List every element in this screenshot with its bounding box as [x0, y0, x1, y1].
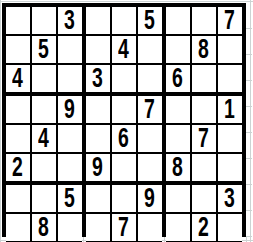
cell-r3c1[interactable]: 4	[6, 65, 30, 92]
cell-r4c9[interactable]: 1	[218, 96, 242, 123]
cell-r1c7[interactable]	[166, 7, 190, 34]
given-digit: 6	[173, 65, 184, 92]
cell-r8c2[interactable]: 8	[32, 214, 56, 241]
cell-r4c7[interactable]	[166, 96, 190, 123]
cell-r5c6[interactable]	[138, 125, 162, 152]
cell-r5c1[interactable]	[6, 125, 30, 152]
given-digit: 7	[119, 214, 130, 241]
box-1-3: 786	[166, 7, 242, 92]
cell-r8c6[interactable]	[138, 214, 162, 241]
given-digit: 8	[39, 214, 50, 241]
cell-r6c2[interactable]	[32, 154, 56, 181]
cell-r5c2[interactable]: 4	[32, 125, 56, 152]
cell-r6c8[interactable]	[192, 154, 216, 181]
sheet-gridline-left	[0, 0, 1, 242]
cell-r3c5[interactable]	[112, 65, 136, 92]
cell-r1c8[interactable]	[192, 7, 216, 34]
box-1-2: 543	[86, 7, 162, 92]
cell-r2c8[interactable]: 8	[192, 36, 216, 63]
cell-r8c1[interactable]	[6, 214, 30, 241]
box-1-1: 354	[6, 7, 82, 92]
given-digit: 3	[225, 185, 236, 212]
cell-r1c5[interactable]	[112, 7, 136, 34]
cell-r1c3[interactable]: 3	[58, 7, 82, 34]
cell-r2c6[interactable]	[138, 36, 162, 63]
cell-r7c7[interactable]	[166, 185, 190, 212]
cell-r8c8[interactable]: 2	[192, 214, 216, 241]
given-digit: 8	[173, 154, 184, 181]
given-digit: 4	[13, 65, 24, 92]
cell-r8c9[interactable]	[218, 214, 242, 241]
cell-r5c7[interactable]	[166, 125, 190, 152]
cell-r2c9[interactable]	[218, 36, 242, 63]
cell-r1c1[interactable]	[6, 7, 30, 34]
cell-r2c4[interactable]	[86, 36, 110, 63]
given-digit: 7	[145, 96, 156, 123]
cell-r7c3[interactable]: 5	[58, 185, 82, 212]
cell-r7c8[interactable]	[192, 185, 216, 212]
cell-r4c4[interactable]	[86, 96, 110, 123]
cell-r3c3[interactable]	[58, 65, 82, 92]
box-3-3: 327	[166, 185, 242, 242]
cell-r8c7[interactable]	[166, 214, 190, 241]
sheet-gridline-row-ticks	[246, 3, 252, 237]
cell-r2c2[interactable]: 5	[32, 36, 56, 63]
cell-r5c9[interactable]	[218, 125, 242, 152]
cell-r6c3[interactable]	[58, 154, 82, 181]
cell-r5c4[interactable]	[86, 125, 110, 152]
cell-r6c1[interactable]: 2	[6, 154, 30, 181]
cell-r2c3[interactable]	[58, 36, 82, 63]
cell-r6c6[interactable]	[138, 154, 162, 181]
given-digit: 2	[199, 214, 210, 241]
cell-r3c4[interactable]: 3	[86, 65, 110, 92]
spreadsheet-page: 354543786942769178581972327	[0, 0, 253, 242]
cell-r4c3[interactable]: 9	[58, 96, 82, 123]
cell-r3c2[interactable]	[32, 65, 56, 92]
cell-r3c9[interactable]	[218, 65, 242, 92]
given-digit: 5	[145, 7, 156, 34]
given-digit: 4	[119, 36, 130, 63]
cell-r4c1[interactable]	[6, 96, 30, 123]
cell-r6c7[interactable]: 8	[166, 154, 190, 181]
sudoku-board: 354543786942769178581972327	[2, 3, 246, 237]
cell-r8c5[interactable]: 7	[112, 214, 136, 241]
box-3-2: 972	[86, 185, 162, 242]
given-digit: 7	[199, 125, 210, 152]
cell-r1c4[interactable]	[86, 7, 110, 34]
box-2-1: 942	[6, 96, 82, 181]
cell-r8c3[interactable]	[58, 214, 82, 241]
given-digit: 6	[119, 125, 130, 152]
cell-r4c2[interactable]	[32, 96, 56, 123]
cell-r1c2[interactable]	[32, 7, 56, 34]
given-digit: 5	[65, 185, 76, 212]
cell-r7c4[interactable]	[86, 185, 110, 212]
given-digit: 8	[199, 36, 210, 63]
given-digit: 4	[39, 125, 50, 152]
cell-r1c6[interactable]: 5	[138, 7, 162, 34]
cell-r2c7[interactable]	[166, 36, 190, 63]
given-digit: 5	[39, 36, 50, 63]
given-digit: 7	[225, 7, 236, 34]
cell-r7c1[interactable]	[6, 185, 30, 212]
cell-r2c1[interactable]	[6, 36, 30, 63]
cell-r4c6[interactable]: 7	[138, 96, 162, 123]
cell-r7c6[interactable]: 9	[138, 185, 162, 212]
cell-r2c5[interactable]: 4	[112, 36, 136, 63]
cell-r5c3[interactable]	[58, 125, 82, 152]
cell-r8c4[interactable]	[86, 214, 110, 241]
cell-r4c5[interactable]	[112, 96, 136, 123]
cell-r4c8[interactable]	[192, 96, 216, 123]
cell-r3c6[interactable]	[138, 65, 162, 92]
box-3-1: 581	[6, 185, 82, 242]
cell-r3c8[interactable]	[192, 65, 216, 92]
cell-r3c7[interactable]: 6	[166, 65, 190, 92]
box-2-3: 178	[166, 96, 242, 181]
cell-r6c9[interactable]	[218, 154, 242, 181]
cell-r6c4[interactable]: 9	[86, 154, 110, 181]
cell-r1c9[interactable]: 7	[218, 7, 242, 34]
cell-r7c2[interactable]	[32, 185, 56, 212]
given-digit: 9	[145, 185, 156, 212]
given-digit: 9	[65, 96, 76, 123]
cell-r7c9[interactable]: 3	[218, 185, 242, 212]
cell-r5c8[interactable]: 7	[192, 125, 216, 152]
sheet-gridline-top	[0, 1, 253, 2]
cell-r7c5[interactable]	[112, 185, 136, 212]
given-digit: 3	[93, 65, 104, 92]
given-digit: 2	[13, 154, 24, 181]
box-2-2: 769	[86, 96, 162, 181]
cell-r5c5[interactable]: 6	[112, 125, 136, 152]
given-digit: 9	[93, 154, 104, 181]
cell-r6c5[interactable]	[112, 154, 136, 181]
given-digit: 3	[65, 7, 76, 34]
given-digit: 1	[225, 96, 236, 123]
